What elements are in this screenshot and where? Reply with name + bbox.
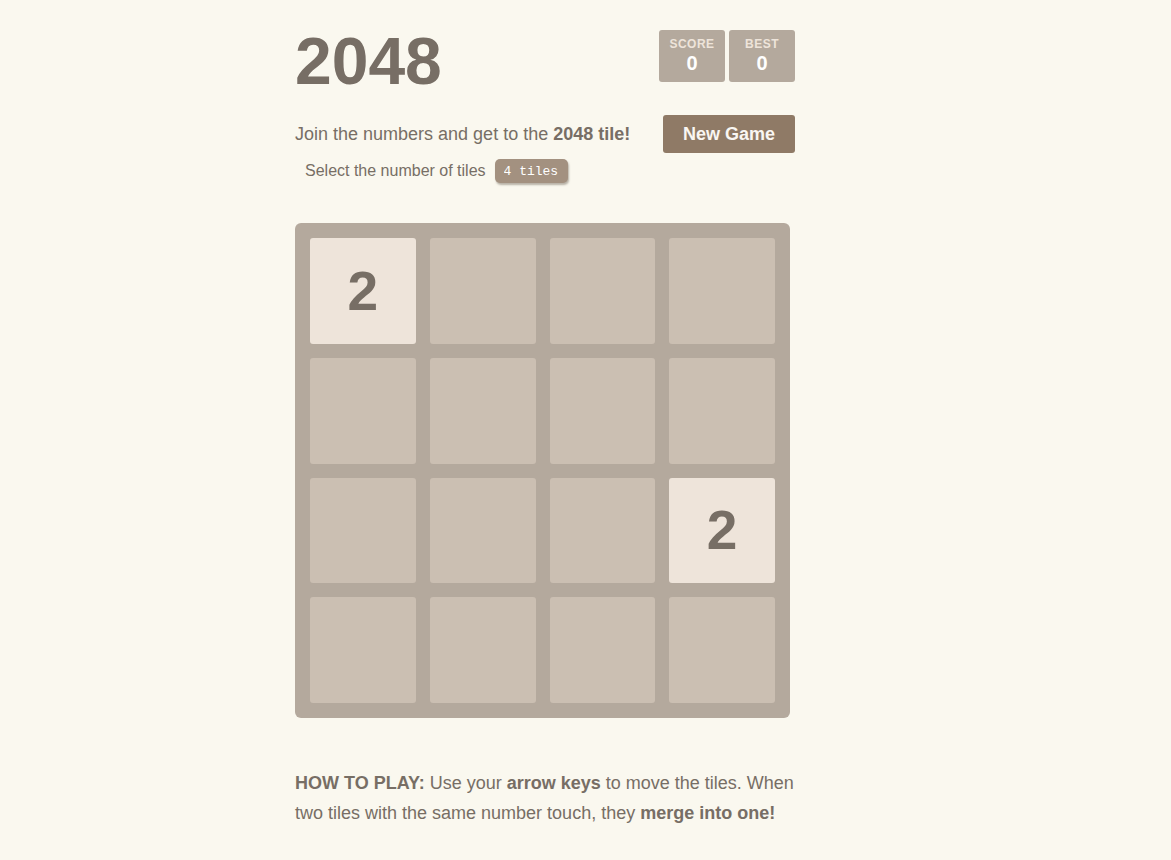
score-box: SCORE 0	[659, 30, 725, 82]
cell-r2-c0	[310, 478, 416, 584]
cell-r3-c2	[550, 597, 656, 703]
cell-r0-c1	[430, 238, 536, 344]
cell-r1-c3	[669, 358, 775, 464]
header: 2048 SCORE 0 BEST 0	[295, 22, 795, 100]
tile-count-select[interactable]: 4 tiles	[495, 159, 568, 183]
new-game-button[interactable]: New Game	[663, 115, 795, 153]
cell-r3-c1	[430, 597, 536, 703]
best-label: BEST	[745, 37, 779, 51]
how-to-play-t1: Use your	[425, 773, 507, 793]
scores-container: SCORE 0 BEST 0	[659, 30, 795, 82]
tile-count-label: Select the number of tiles	[305, 162, 486, 180]
cell-r1-c0	[310, 358, 416, 464]
game-intro-goal: 2048 tile!	[553, 124, 630, 144]
cell-r1-c2	[550, 358, 656, 464]
how-to-play-text: HOW TO PLAY: Use your arrow keys to move…	[295, 768, 795, 828]
cell-r2-c1	[430, 478, 536, 584]
score-label: SCORE	[669, 37, 714, 51]
cell-r0-c3	[669, 238, 775, 344]
app-viewport: 2048 SCORE 0 BEST 0 Join the numbers and…	[0, 0, 1171, 860]
cell-r2-c3: 2	[669, 478, 775, 584]
above-game-row: Join the numbers and get to the 2048 til…	[295, 115, 795, 153]
how-to-play-b2: arrow keys	[507, 773, 601, 793]
how-to-play-heading: HOW TO PLAY:	[295, 773, 425, 793]
cell-r3-c3	[669, 597, 775, 703]
cell-r0-c0: 2	[310, 238, 416, 344]
cell-r3-c0	[310, 597, 416, 703]
cell-r0-c2	[550, 238, 656, 344]
game-page: 2048 SCORE 0 BEST 0 Join the numbers and…	[295, 0, 795, 828]
score-value: 0	[686, 52, 697, 75]
game-intro-text: Join the numbers and get to the	[295, 124, 553, 144]
page-title: 2048	[295, 22, 442, 100]
game-intro: Join the numbers and get to the 2048 til…	[295, 124, 630, 145]
how-to-play-b3: merge into one!	[640, 803, 775, 823]
game-board[interactable]: 2 2	[295, 223, 790, 718]
best-box: BEST 0	[729, 30, 795, 82]
best-value: 0	[756, 52, 767, 75]
cell-r2-c2	[550, 478, 656, 584]
tile-count-row: Select the number of tiles 4 tiles	[305, 159, 795, 183]
cell-r1-c1	[430, 358, 536, 464]
